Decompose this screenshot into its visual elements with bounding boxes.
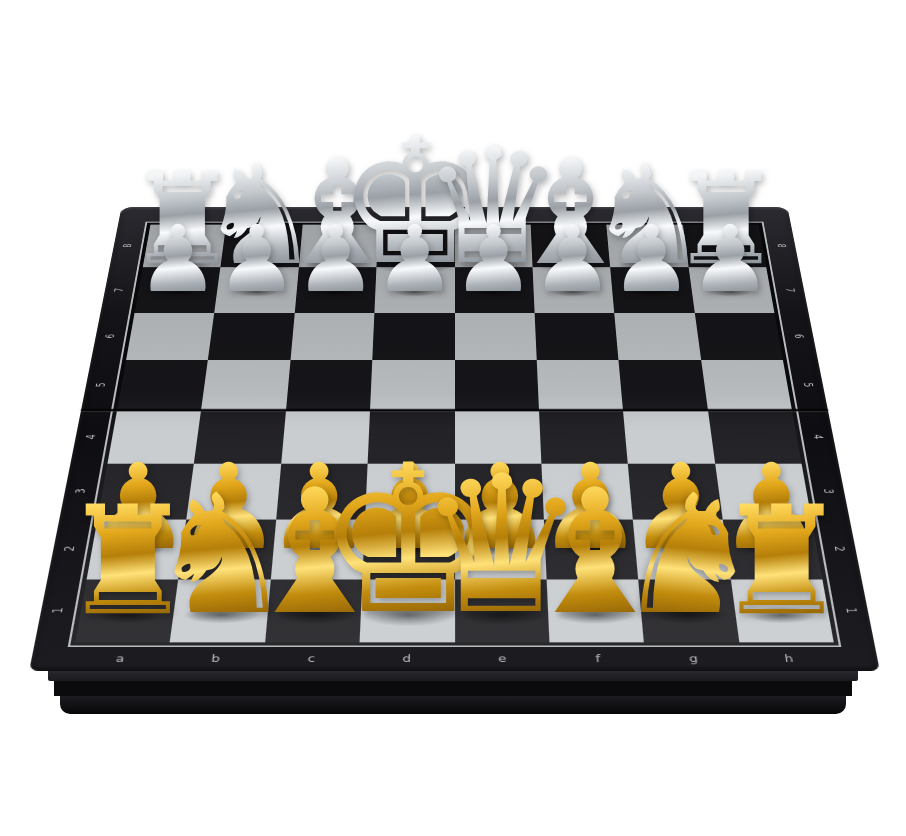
piece-silver-pawn-e7[interactable]: ♟ <box>452 214 534 306</box>
square-e6[interactable] <box>455 313 537 361</box>
rank-label-left-7: 7 <box>113 288 125 292</box>
file-label-c: c <box>307 654 315 663</box>
piece-silver-pawn-g7[interactable]: ♟ <box>610 214 692 306</box>
square-d6[interactable] <box>372 313 454 361</box>
piece-silver-pawn-b7[interactable]: ♟ <box>216 214 298 306</box>
rank-label-left-5: 5 <box>95 383 108 388</box>
rank-label-right-6: 6 <box>793 334 805 338</box>
square-e5[interactable] <box>455 360 539 410</box>
product-photo-scene: abcdefgh1122334455667788 ♜♞♝♚♛♝♞♜♟♟♟♟♟♟♟… <box>0 0 906 836</box>
fold-seam <box>81 409 828 411</box>
rank-label-left-6: 6 <box>104 334 116 338</box>
file-label-a: a <box>115 654 125 663</box>
rank-label-right-7: 7 <box>784 288 796 292</box>
square-b5[interactable] <box>201 360 290 410</box>
rank-label-right-5: 5 <box>802 383 815 388</box>
board-front-edge-bottom <box>60 696 846 714</box>
file-label-b: b <box>211 654 221 663</box>
piece-silver-pawn-d7[interactable]: ♟ <box>373 214 455 306</box>
square-c5[interactable] <box>286 360 373 410</box>
square-d5[interactable] <box>370 360 454 410</box>
piece-silver-pawn-f7[interactable]: ♟ <box>531 214 613 306</box>
file-label-h: h <box>784 654 794 663</box>
square-b6[interactable] <box>208 313 294 361</box>
square-g5[interactable] <box>619 360 708 410</box>
square-f6[interactable] <box>534 313 618 361</box>
square-h6[interactable] <box>694 313 783 361</box>
file-label-g: g <box>689 654 699 663</box>
square-g6[interactable] <box>614 313 700 361</box>
square-f5[interactable] <box>537 360 624 410</box>
piece-silver-pawn-a7[interactable]: ♟ <box>137 214 219 306</box>
piece-silver-pawn-c7[interactable]: ♟ <box>295 214 377 306</box>
square-a5[interactable] <box>117 360 208 410</box>
board-front-edge-groove <box>54 681 852 696</box>
square-a6[interactable] <box>126 313 215 361</box>
square-c6[interactable] <box>290 313 374 361</box>
piece-gold-rook-h1[interactable]: ♜ <box>715 486 849 636</box>
piece-silver-pawn-h7[interactable]: ♟ <box>689 214 771 306</box>
file-label-f: f <box>595 654 600 663</box>
square-h5[interactable] <box>701 360 792 410</box>
